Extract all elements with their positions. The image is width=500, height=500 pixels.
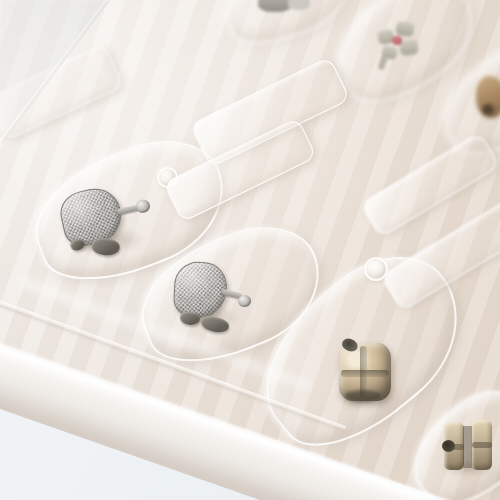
- lighting-overlay: [0, 0, 500, 500]
- photo-canvas: [0, 0, 500, 500]
